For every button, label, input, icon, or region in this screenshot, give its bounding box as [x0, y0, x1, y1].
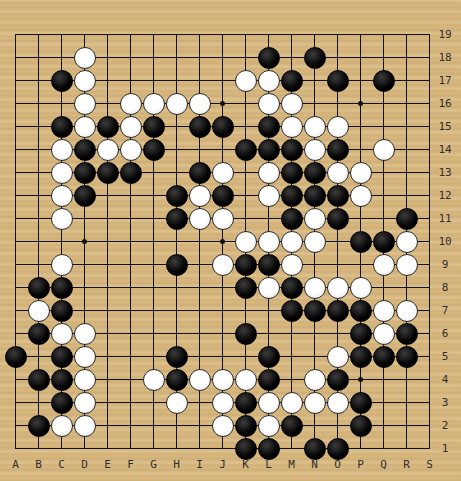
board-point-p19[interactable] — [349, 23, 372, 46]
board-point-p14[interactable] — [349, 138, 372, 161]
board-point-c7[interactable] — [50, 299, 73, 322]
board-point-o4[interactable] — [326, 368, 349, 391]
board-point-j11[interactable] — [211, 207, 234, 230]
board-point-k15[interactable] — [234, 115, 257, 138]
board-point-h18[interactable] — [165, 46, 188, 69]
board-point-d12[interactable] — [73, 184, 96, 207]
board-point-a12[interactable] — [4, 184, 27, 207]
board-point-h13[interactable] — [165, 161, 188, 184]
board-point-k9[interactable] — [234, 253, 257, 276]
board-point-i10[interactable] — [188, 230, 211, 253]
board-point-c13[interactable] — [50, 161, 73, 184]
board-point-o10[interactable] — [326, 230, 349, 253]
board-point-k18[interactable] — [234, 46, 257, 69]
board-point-h17[interactable] — [165, 69, 188, 92]
board-point-d10[interactable] — [73, 230, 96, 253]
board-point-k6[interactable] — [234, 322, 257, 345]
board-point-r13[interactable] — [395, 161, 418, 184]
board-point-j4[interactable] — [211, 368, 234, 391]
board-point-i4[interactable] — [188, 368, 211, 391]
board-point-m17[interactable] — [280, 69, 303, 92]
board-point-r4[interactable] — [395, 368, 418, 391]
board-point-m8[interactable] — [280, 276, 303, 299]
board-point-b7[interactable] — [27, 299, 50, 322]
board-point-b19[interactable] — [27, 23, 50, 46]
board-point-n16[interactable] — [303, 92, 326, 115]
board-point-i18[interactable] — [188, 46, 211, 69]
board-point-p7[interactable] — [349, 299, 372, 322]
board-point-r9[interactable] — [395, 253, 418, 276]
board-point-n5[interactable] — [303, 345, 326, 368]
board-point-c4[interactable] — [50, 368, 73, 391]
board-point-b9[interactable] — [27, 253, 50, 276]
board-point-r16[interactable] — [395, 92, 418, 115]
board-point-c3[interactable] — [50, 391, 73, 414]
board-point-d18[interactable] — [73, 46, 96, 69]
board-point-g4[interactable] — [142, 368, 165, 391]
board-point-l17[interactable] — [257, 69, 280, 92]
board-point-f3[interactable] — [119, 391, 142, 414]
board-point-j15[interactable] — [211, 115, 234, 138]
board-point-k14[interactable] — [234, 138, 257, 161]
board-point-n15[interactable] — [303, 115, 326, 138]
board-point-p16[interactable] — [349, 92, 372, 115]
board-point-b18[interactable] — [27, 46, 50, 69]
board-point-e11[interactable] — [96, 207, 119, 230]
board-point-m4[interactable] — [280, 368, 303, 391]
board-point-m16[interactable] — [280, 92, 303, 115]
board-point-j10[interactable] — [211, 230, 234, 253]
board-point-i16[interactable] — [188, 92, 211, 115]
board-point-h11[interactable] — [165, 207, 188, 230]
board-point-k4[interactable] — [234, 368, 257, 391]
board-point-q14[interactable] — [372, 138, 395, 161]
board-point-g10[interactable] — [142, 230, 165, 253]
board-point-i13[interactable] — [188, 161, 211, 184]
board-point-d14[interactable] — [73, 138, 96, 161]
board-point-h10[interactable] — [165, 230, 188, 253]
board-point-c5[interactable] — [50, 345, 73, 368]
board-point-i8[interactable] — [188, 276, 211, 299]
board-point-e19[interactable] — [96, 23, 119, 46]
board-point-l4[interactable] — [257, 368, 280, 391]
board-point-a18[interactable] — [4, 46, 27, 69]
board-point-d6[interactable] — [73, 322, 96, 345]
board-point-p8[interactable] — [349, 276, 372, 299]
board-point-o9[interactable] — [326, 253, 349, 276]
board-point-c18[interactable] — [50, 46, 73, 69]
board-point-r17[interactable] — [395, 69, 418, 92]
board-point-m18[interactable] — [280, 46, 303, 69]
board-point-c15[interactable] — [50, 115, 73, 138]
board-point-f7[interactable] — [119, 299, 142, 322]
board-point-e18[interactable] — [96, 46, 119, 69]
board-point-c12[interactable] — [50, 184, 73, 207]
board-point-j19[interactable] — [211, 23, 234, 46]
board-point-n6[interactable] — [303, 322, 326, 345]
board-point-q13[interactable] — [372, 161, 395, 184]
board-point-r18[interactable] — [395, 46, 418, 69]
board-point-c11[interactable] — [50, 207, 73, 230]
board-point-i9[interactable] — [188, 253, 211, 276]
board-point-b15[interactable] — [27, 115, 50, 138]
board-point-j6[interactable] — [211, 322, 234, 345]
board-point-a5[interactable] — [4, 345, 27, 368]
board-point-c19[interactable] — [50, 23, 73, 46]
board-point-b12[interactable] — [27, 184, 50, 207]
board-point-a10[interactable] — [4, 230, 27, 253]
board-point-k8[interactable] — [234, 276, 257, 299]
board-point-b8[interactable] — [27, 276, 50, 299]
board-point-q11[interactable] — [372, 207, 395, 230]
board-point-j9[interactable] — [211, 253, 234, 276]
board-point-o16[interactable] — [326, 92, 349, 115]
board-point-a7[interactable] — [4, 299, 27, 322]
board-point-o18[interactable] — [326, 46, 349, 69]
board-point-d3[interactable] — [73, 391, 96, 414]
board-point-l11[interactable] — [257, 207, 280, 230]
board-point-m3[interactable] — [280, 391, 303, 414]
board-point-l3[interactable] — [257, 391, 280, 414]
board-point-j16[interactable] — [211, 92, 234, 115]
board-point-h16[interactable] — [165, 92, 188, 115]
board-point-f16[interactable] — [119, 92, 142, 115]
board-point-n14[interactable] — [303, 138, 326, 161]
board-point-k16[interactable] — [234, 92, 257, 115]
board-point-l15[interactable] — [257, 115, 280, 138]
board-point-q8[interactable] — [372, 276, 395, 299]
board-point-q2[interactable] — [372, 414, 395, 437]
board-point-f11[interactable] — [119, 207, 142, 230]
board-point-d7[interactable] — [73, 299, 96, 322]
board-point-d4[interactable] — [73, 368, 96, 391]
board-point-c10[interactable] — [50, 230, 73, 253]
board-point-l8[interactable] — [257, 276, 280, 299]
board-point-o11[interactable] — [326, 207, 349, 230]
board-point-b2[interactable] — [27, 414, 50, 437]
board-point-n3[interactable] — [303, 391, 326, 414]
board-point-r15[interactable] — [395, 115, 418, 138]
board-point-b17[interactable] — [27, 69, 50, 92]
board-point-r12[interactable] — [395, 184, 418, 207]
board-point-n10[interactable] — [303, 230, 326, 253]
board-point-o6[interactable] — [326, 322, 349, 345]
board-point-n2[interactable] — [303, 414, 326, 437]
board-point-q6[interactable] — [372, 322, 395, 345]
board-point-e5[interactable] — [96, 345, 119, 368]
board-point-e13[interactable] — [96, 161, 119, 184]
board-point-p15[interactable] — [349, 115, 372, 138]
board-point-p18[interactable] — [349, 46, 372, 69]
board-point-a16[interactable] — [4, 92, 27, 115]
board-point-m11[interactable] — [280, 207, 303, 230]
board-point-d15[interactable] — [73, 115, 96, 138]
board-point-r2[interactable] — [395, 414, 418, 437]
board-point-n19[interactable] — [303, 23, 326, 46]
board-point-f2[interactable] — [119, 414, 142, 437]
board-point-a15[interactable] — [4, 115, 27, 138]
board-point-i3[interactable] — [188, 391, 211, 414]
board-point-f14[interactable] — [119, 138, 142, 161]
board-point-p11[interactable] — [349, 207, 372, 230]
board-point-h3[interactable] — [165, 391, 188, 414]
board-point-d8[interactable] — [73, 276, 96, 299]
board-point-f10[interactable] — [119, 230, 142, 253]
board-point-k5[interactable] — [234, 345, 257, 368]
board-point-j14[interactable] — [211, 138, 234, 161]
board-point-d16[interactable] — [73, 92, 96, 115]
board-point-j2[interactable] — [211, 414, 234, 437]
board-point-c6[interactable] — [50, 322, 73, 345]
board-point-h9[interactable] — [165, 253, 188, 276]
board-point-e3[interactable] — [96, 391, 119, 414]
board-point-a13[interactable] — [4, 161, 27, 184]
board-point-g13[interactable] — [142, 161, 165, 184]
board-point-k3[interactable] — [234, 391, 257, 414]
board-point-o15[interactable] — [326, 115, 349, 138]
board-point-q19[interactable] — [372, 23, 395, 46]
board-point-r10[interactable] — [395, 230, 418, 253]
board-point-i11[interactable] — [188, 207, 211, 230]
board-point-q5[interactable] — [372, 345, 395, 368]
board-point-a11[interactable] — [4, 207, 27, 230]
board-point-g19[interactable] — [142, 23, 165, 46]
board-point-j18[interactable] — [211, 46, 234, 69]
board-point-g7[interactable] — [142, 299, 165, 322]
board-point-l19[interactable] — [257, 23, 280, 46]
board-point-b3[interactable] — [27, 391, 50, 414]
board-point-j13[interactable] — [211, 161, 234, 184]
board-point-i7[interactable] — [188, 299, 211, 322]
board-point-b11[interactable] — [27, 207, 50, 230]
board-point-l9[interactable] — [257, 253, 280, 276]
board-point-o12[interactable] — [326, 184, 349, 207]
board-point-o17[interactable] — [326, 69, 349, 92]
board-point-e12[interactable] — [96, 184, 119, 207]
board-point-f17[interactable] — [119, 69, 142, 92]
board-point-m6[interactable] — [280, 322, 303, 345]
board-point-q9[interactable] — [372, 253, 395, 276]
board-point-e7[interactable] — [96, 299, 119, 322]
board-point-d17[interactable] — [73, 69, 96, 92]
board-point-p12[interactable] — [349, 184, 372, 207]
board-point-e16[interactable] — [96, 92, 119, 115]
board-point-d13[interactable] — [73, 161, 96, 184]
board-point-j17[interactable] — [211, 69, 234, 92]
board-point-g14[interactable] — [142, 138, 165, 161]
board-point-o5[interactable] — [326, 345, 349, 368]
board-point-h6[interactable] — [165, 322, 188, 345]
board-point-m10[interactable] — [280, 230, 303, 253]
board-point-b13[interactable] — [27, 161, 50, 184]
board-point-l10[interactable] — [257, 230, 280, 253]
board-point-a9[interactable] — [4, 253, 27, 276]
board-point-b6[interactable] — [27, 322, 50, 345]
board-point-b14[interactable] — [27, 138, 50, 161]
board-point-j5[interactable] — [211, 345, 234, 368]
board-point-q15[interactable] — [372, 115, 395, 138]
board-point-f15[interactable] — [119, 115, 142, 138]
board-point-l2[interactable] — [257, 414, 280, 437]
board-point-o3[interactable] — [326, 391, 349, 414]
board-point-e15[interactable] — [96, 115, 119, 138]
board-point-c17[interactable] — [50, 69, 73, 92]
board-point-o14[interactable] — [326, 138, 349, 161]
board-point-o19[interactable] — [326, 23, 349, 46]
board-point-e14[interactable] — [96, 138, 119, 161]
board-point-d11[interactable] — [73, 207, 96, 230]
board-point-b4[interactable] — [27, 368, 50, 391]
board-point-e10[interactable] — [96, 230, 119, 253]
board-point-d2[interactable] — [73, 414, 96, 437]
board-point-a6[interactable] — [4, 322, 27, 345]
board-point-o7[interactable] — [326, 299, 349, 322]
board-point-m15[interactable] — [280, 115, 303, 138]
board-point-f18[interactable] — [119, 46, 142, 69]
board-point-h5[interactable] — [165, 345, 188, 368]
board-point-c2[interactable] — [50, 414, 73, 437]
board-point-l7[interactable] — [257, 299, 280, 322]
board-point-q16[interactable] — [372, 92, 395, 115]
board-point-n17[interactable] — [303, 69, 326, 92]
board-point-h7[interactable] — [165, 299, 188, 322]
board-point-i14[interactable] — [188, 138, 211, 161]
board-point-a14[interactable] — [4, 138, 27, 161]
board-point-h2[interactable] — [165, 414, 188, 437]
board-point-l18[interactable] — [257, 46, 280, 69]
board-point-p6[interactable] — [349, 322, 372, 345]
board-point-m13[interactable] — [280, 161, 303, 184]
board-point-k2[interactable] — [234, 414, 257, 437]
board-point-h14[interactable] — [165, 138, 188, 161]
board-point-i5[interactable] — [188, 345, 211, 368]
board-point-f6[interactable] — [119, 322, 142, 345]
board-point-g11[interactable] — [142, 207, 165, 230]
board-point-a8[interactable] — [4, 276, 27, 299]
board-point-o2[interactable] — [326, 414, 349, 437]
board-point-i19[interactable] — [188, 23, 211, 46]
board-point-a3[interactable] — [4, 391, 27, 414]
board-point-e4[interactable] — [96, 368, 119, 391]
board-point-p5[interactable] — [349, 345, 372, 368]
board-point-g18[interactable] — [142, 46, 165, 69]
board-point-e2[interactable] — [96, 414, 119, 437]
board-point-d5[interactable] — [73, 345, 96, 368]
board-point-k17[interactable] — [234, 69, 257, 92]
board-point-g16[interactable] — [142, 92, 165, 115]
board-point-b10[interactable] — [27, 230, 50, 253]
board-point-a19[interactable] — [4, 23, 27, 46]
board-point-k19[interactable] — [234, 23, 257, 46]
board-point-k12[interactable] — [234, 184, 257, 207]
board-point-m7[interactable] — [280, 299, 303, 322]
board-point-l6[interactable] — [257, 322, 280, 345]
board-point-r8[interactable] — [395, 276, 418, 299]
board-point-l13[interactable] — [257, 161, 280, 184]
board-point-e6[interactable] — [96, 322, 119, 345]
board-point-q17[interactable] — [372, 69, 395, 92]
board-point-g15[interactable] — [142, 115, 165, 138]
board-point-m14[interactable] — [280, 138, 303, 161]
board-point-i2[interactable] — [188, 414, 211, 437]
board-point-l14[interactable] — [257, 138, 280, 161]
board-point-r19[interactable] — [395, 23, 418, 46]
board-point-b16[interactable] — [27, 92, 50, 115]
board-point-p10[interactable] — [349, 230, 372, 253]
board-point-p2[interactable] — [349, 414, 372, 437]
board-point-a4[interactable] — [4, 368, 27, 391]
board-point-g3[interactable] — [142, 391, 165, 414]
board-point-g6[interactable] — [142, 322, 165, 345]
board-point-c8[interactable] — [50, 276, 73, 299]
board-point-f13[interactable] — [119, 161, 142, 184]
board-point-g12[interactable] — [142, 184, 165, 207]
board-point-r6[interactable] — [395, 322, 418, 345]
board-point-i12[interactable] — [188, 184, 211, 207]
board-point-n8[interactable] — [303, 276, 326, 299]
board-point-l12[interactable] — [257, 184, 280, 207]
board-point-p9[interactable] — [349, 253, 372, 276]
board-point-r5[interactable] — [395, 345, 418, 368]
board-point-c16[interactable] — [50, 92, 73, 115]
board-point-g5[interactable] — [142, 345, 165, 368]
board-point-q18[interactable] — [372, 46, 395, 69]
board-point-a2[interactable] — [4, 414, 27, 437]
board-point-p3[interactable] — [349, 391, 372, 414]
board-point-i6[interactable] — [188, 322, 211, 345]
board-point-k11[interactable] — [234, 207, 257, 230]
board-point-m5[interactable] — [280, 345, 303, 368]
board-point-f8[interactable] — [119, 276, 142, 299]
board-point-d19[interactable] — [73, 23, 96, 46]
board-point-l5[interactable] — [257, 345, 280, 368]
board-point-r14[interactable] — [395, 138, 418, 161]
board-point-m9[interactable] — [280, 253, 303, 276]
board-point-h4[interactable] — [165, 368, 188, 391]
board-point-g17[interactable] — [142, 69, 165, 92]
board-point-b5[interactable] — [27, 345, 50, 368]
board-point-r11[interactable] — [395, 207, 418, 230]
board-point-n4[interactable] — [303, 368, 326, 391]
board-point-r3[interactable] — [395, 391, 418, 414]
board-point-f9[interactable] — [119, 253, 142, 276]
board-point-h12[interactable] — [165, 184, 188, 207]
board-point-f19[interactable] — [119, 23, 142, 46]
board-point-c14[interactable] — [50, 138, 73, 161]
board-point-k10[interactable] — [234, 230, 257, 253]
board-point-g8[interactable] — [142, 276, 165, 299]
board-point-j12[interactable] — [211, 184, 234, 207]
board-point-k13[interactable] — [234, 161, 257, 184]
board-point-p13[interactable] — [349, 161, 372, 184]
board-point-g9[interactable] — [142, 253, 165, 276]
board-point-o8[interactable] — [326, 276, 349, 299]
board-point-n11[interactable] — [303, 207, 326, 230]
board-point-h8[interactable] — [165, 276, 188, 299]
board-point-c9[interactable] — [50, 253, 73, 276]
board-point-q12[interactable] — [372, 184, 395, 207]
board-point-g2[interactable] — [142, 414, 165, 437]
board-point-m19[interactable] — [280, 23, 303, 46]
board-point-q4[interactable] — [372, 368, 395, 391]
board-point-h15[interactable] — [165, 115, 188, 138]
board-point-j7[interactable] — [211, 299, 234, 322]
board-point-d9[interactable] — [73, 253, 96, 276]
board-point-m12[interactable] — [280, 184, 303, 207]
board-point-q7[interactable] — [372, 299, 395, 322]
board-point-p4[interactable] — [349, 368, 372, 391]
board-point-f4[interactable] — [119, 368, 142, 391]
